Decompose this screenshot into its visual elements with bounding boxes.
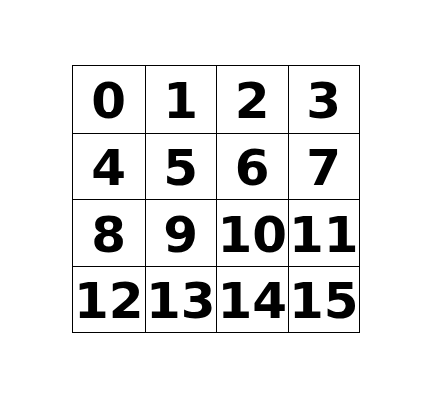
cell-number: 2 (235, 76, 270, 126)
cell-number: 5 (163, 143, 198, 193)
grid-cell-r2c0: 8 (73, 199, 145, 266)
cell-number: 7 (306, 143, 341, 193)
cell-number: 11 (289, 210, 359, 260)
cell-number: 3 (306, 76, 341, 126)
grid-cell-r3c0: 12 (73, 266, 145, 333)
cell-number: 1 (163, 76, 198, 126)
cell-number: 14 (217, 276, 287, 326)
grid-cell-r1c2: 6 (216, 133, 288, 200)
grid-cell-r2c3: 11 (288, 199, 360, 266)
cell-number: 6 (235, 143, 270, 193)
cell-number: 4 (91, 143, 126, 193)
grid-cell-r0c2: 2 (216, 66, 288, 133)
number-grid-board: 0123456789101112131415 (72, 65, 360, 333)
grid-cell-r2c1: 9 (145, 199, 217, 266)
cell-number: 9 (163, 210, 198, 260)
cell-number: 12 (74, 276, 144, 326)
grid-cell-r2c2: 10 (216, 199, 288, 266)
cell-number: 10 (217, 210, 287, 260)
grid-cell-r3c3: 15 (288, 266, 360, 333)
grid-cell-r1c0: 4 (73, 133, 145, 200)
grid-cell-r0c3: 3 (288, 66, 360, 133)
page-background: 0123456789101112131415 (0, 0, 433, 397)
grid-cell-r1c1: 5 (145, 133, 217, 200)
cell-number: 8 (91, 210, 126, 260)
grid-cell-r0c1: 1 (145, 66, 217, 133)
cell-number: 13 (146, 276, 216, 326)
grid-cell-r3c2: 14 (216, 266, 288, 333)
grid-cell-r3c1: 13 (145, 266, 217, 333)
grid-cell-r0c0: 0 (73, 66, 145, 133)
grid-cell-r1c3: 7 (288, 133, 360, 200)
cell-number: 15 (289, 276, 359, 326)
cell-number: 0 (91, 76, 126, 126)
